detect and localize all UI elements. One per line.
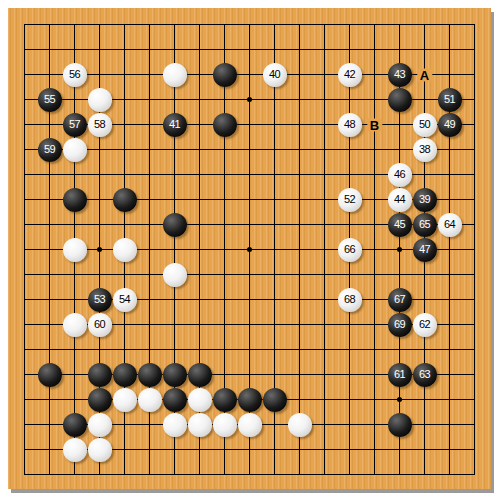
stone-white-42[interactable]: 42 [338,63,362,87]
stone-black-43[interactable]: 43 [388,63,412,87]
point-label-A: A [417,68,432,81]
stone-black[interactable] [63,188,87,212]
stone-black-61[interactable]: 61 [388,363,412,387]
move-number: 46 [394,169,405,180]
stone-white-46[interactable]: 46 [388,163,412,187]
stone-black[interactable] [113,188,137,212]
stone-white[interactable] [113,388,137,412]
move-number: 41 [169,119,180,130]
stone-white[interactable] [63,138,87,162]
stone-white[interactable] [163,413,187,437]
stone-black[interactable] [113,363,137,387]
move-number: 45 [394,219,405,230]
move-number: 52 [344,194,355,205]
move-number: 57 [69,119,80,130]
stone-white-52[interactable]: 52 [338,188,362,212]
move-number: 39 [419,194,430,205]
move-number: 43 [394,69,405,80]
star-point [397,247,402,252]
stone-black[interactable] [138,363,162,387]
stone-white[interactable] [138,388,162,412]
stone-white[interactable] [88,88,112,112]
move-number: 44 [394,194,405,205]
stone-white[interactable] [288,413,312,437]
move-number: 69 [394,319,405,330]
stone-white[interactable] [113,238,137,262]
stone-white-62[interactable]: 62 [413,313,437,337]
move-number: 60 [94,319,105,330]
move-number: 51 [444,94,455,105]
move-number: 64 [444,219,455,230]
stone-black-39[interactable]: 39 [413,188,437,212]
move-number: 48 [344,119,355,130]
move-number: 67 [394,294,405,305]
stone-black-67[interactable]: 67 [388,288,412,312]
move-number: 63 [419,369,430,380]
stone-white[interactable] [163,63,187,87]
stone-white-64[interactable]: 64 [438,213,462,237]
stone-white-40[interactable]: 40 [263,63,287,87]
stone-white-44[interactable]: 44 [388,188,412,212]
move-number: 53 [94,294,105,305]
stone-black[interactable] [263,388,287,412]
stone-white[interactable] [238,413,262,437]
star-point [397,397,402,402]
stone-white-38[interactable]: 38 [413,138,437,162]
stone-black[interactable] [188,363,212,387]
stone-black[interactable] [163,363,187,387]
stone-black-63[interactable]: 63 [413,363,437,387]
move-number: 50 [419,119,430,130]
stone-white-48[interactable]: 48 [338,113,362,137]
stone-white-60[interactable]: 60 [88,313,112,337]
move-number: 42 [344,69,355,80]
stone-black[interactable] [63,413,87,437]
move-number: 56 [69,69,80,80]
stone-black[interactable] [213,113,237,137]
stone-black[interactable] [88,363,112,387]
star-point [247,97,252,102]
stone-black-45[interactable]: 45 [388,213,412,237]
stone-black[interactable] [88,388,112,412]
move-number: 62 [419,319,430,330]
move-number: 54 [119,294,130,305]
stone-black[interactable] [388,88,412,112]
stone-black[interactable] [163,388,187,412]
stone-black-69[interactable]: 69 [388,313,412,337]
stone-white[interactable] [188,388,212,412]
move-number: 68 [344,294,355,305]
stone-white-50[interactable]: 50 [413,113,437,137]
stone-white[interactable] [188,413,212,437]
stone-black[interactable] [163,213,187,237]
stone-black-47[interactable]: 47 [413,238,437,262]
stone-black-65[interactable]: 65 [413,213,437,237]
stone-black[interactable] [38,363,62,387]
stone-white-56[interactable]: 56 [63,63,87,87]
stone-white[interactable] [63,238,87,262]
stone-black[interactable] [238,388,262,412]
move-number: 55 [44,94,55,105]
stone-black-41[interactable]: 41 [163,113,187,137]
move-number: 61 [394,369,405,380]
go-diagram-page: 5640424355515758414850495938465244394565… [0,0,500,500]
stone-white[interactable] [63,313,87,337]
star-point [247,247,252,252]
move-number: 38 [419,144,430,155]
move-number: 40 [269,69,280,80]
move-number: 49 [444,119,455,130]
stone-black-55[interactable]: 55 [38,88,62,112]
move-number: 47 [419,244,430,255]
move-number: 59 [44,144,55,155]
move-number: 66 [344,244,355,255]
stone-white-66[interactable]: 66 [338,238,362,262]
point-label-B: B [367,118,382,131]
stone-white[interactable] [88,438,112,462]
stone-white[interactable] [63,438,87,462]
stone-black[interactable] [388,413,412,437]
stone-black-51[interactable]: 51 [438,88,462,112]
move-number: 65 [419,219,430,230]
stone-black-49[interactable]: 49 [438,113,462,137]
stone-black[interactable] [213,388,237,412]
stone-white[interactable] [213,413,237,437]
stone-white[interactable] [88,413,112,437]
star-point [97,247,102,252]
stone-black-59[interactable]: 59 [38,138,62,162]
stone-white-68[interactable]: 68 [338,288,362,312]
stone-white[interactable] [163,263,187,287]
go-board[interactable]: 5640424355515758414850495938465244394565… [8,8,491,489]
move-number: 58 [94,119,105,130]
stone-black-53[interactable]: 53 [88,288,112,312]
stone-white-54[interactable]: 54 [113,288,137,312]
stone-white-58[interactable]: 58 [88,113,112,137]
stone-black-57[interactable]: 57 [63,113,87,137]
stone-black[interactable] [213,63,237,87]
